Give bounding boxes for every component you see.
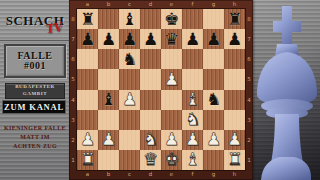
file-label-c: c — [119, 0, 140, 9]
board-squares: ♜♝♚♜♟♟♟♟♛♟♟♟♞♟♝♟♝♞♞♟♟♞♟♟♟♟♜♛♚♝♜ — [77, 9, 245, 170]
rank-label-2: 2 — [69, 130, 77, 150]
piece-wp-c4: ♟ — [122, 91, 137, 108]
square-g3 — [203, 110, 224, 130]
caption-text: KIENINGER FALLE MATT IM ACHTEN ZUG — [0, 124, 70, 151]
badge-line2: #001 — [24, 61, 46, 72]
piece-wn-f3: ♞ — [185, 111, 200, 128]
square-a6 — [77, 49, 98, 69]
file-label-b: b — [98, 170, 119, 179]
rank-label-1: 1 — [69, 150, 77, 170]
square-b4: ♝ — [98, 90, 119, 110]
rank-label-4: 4 — [69, 90, 77, 110]
opening-line1: BUDAPESTER — [15, 84, 55, 91]
square-h8: ♜ — [224, 9, 245, 29]
piece-bp-c7: ♟ — [122, 31, 137, 48]
square-a5 — [77, 69, 98, 89]
rank-label-6: 6 — [69, 49, 77, 69]
file-label-d: d — [140, 170, 161, 179]
square-e2: ♟ — [161, 130, 182, 150]
piece-wp-a2: ♟ — [80, 131, 95, 148]
piece-wp-b2: ♟ — [101, 131, 116, 148]
file-label-g: g — [203, 170, 224, 179]
logo-tv-text: TV — [45, 19, 64, 37]
square-d3 — [140, 110, 161, 130]
piece-bp-b7: ♟ — [101, 31, 116, 48]
square-f2: ♟ — [182, 130, 203, 150]
square-e8: ♚ — [161, 9, 182, 29]
piece-wp-h2: ♟ — [227, 131, 242, 148]
rank-label-8: 8 — [69, 9, 77, 29]
square-d8 — [140, 9, 161, 29]
square-h6 — [224, 49, 245, 69]
square-a8: ♜ — [77, 9, 98, 29]
channel-logo: SCHACH TV — [0, 11, 70, 29]
square-g6 — [203, 49, 224, 69]
rank-label-3: 3 — [69, 110, 77, 130]
square-g2: ♟ — [203, 130, 224, 150]
square-c6: ♞ — [119, 49, 140, 69]
square-a2: ♟ — [77, 130, 98, 150]
file-label-d: d — [140, 0, 161, 9]
square-f1: ♝ — [182, 150, 203, 170]
square-h1: ♜ — [224, 150, 245, 170]
caption-line3: ACHTEN ZUG — [0, 142, 70, 151]
piece-bq-e7: ♛ — [164, 31, 179, 48]
file-label-b: b — [98, 0, 119, 9]
square-f3: ♞ — [182, 110, 203, 130]
rank-label-4: 4 — [245, 90, 253, 110]
square-h7: ♟ — [224, 29, 245, 49]
square-h4 — [224, 90, 245, 110]
zum-kanal-button[interactable]: ZUM KANAL — [2, 100, 66, 114]
piece-wb-f4: ♝ — [185, 91, 200, 108]
rank-label-2: 2 — [245, 130, 253, 150]
file-label-h: h — [224, 170, 245, 179]
square-f5 — [182, 69, 203, 89]
king-3d-graphic — [254, 4, 320, 180]
opening-name-plate: BUDAPESTER GAMBIT — [5, 83, 65, 99]
square-b2: ♟ — [98, 130, 119, 150]
piece-wr-a1: ♜ — [80, 151, 95, 168]
square-f6 — [182, 49, 203, 69]
square-e1: ♚ — [161, 150, 182, 170]
opening-line2: GAMBIT — [23, 91, 47, 98]
piece-bb-c8: ♝ — [122, 11, 137, 28]
chess-board: abcdefgh abcdefgh 87654321 87654321 ♜♝♚♜… — [69, 0, 253, 180]
file-label-g: g — [203, 0, 224, 9]
left-panel: SCHACH TV FALLE #001 BUDAPESTER GAMBIT Z… — [0, 0, 70, 180]
square-c8: ♝ — [119, 9, 140, 29]
square-a1: ♜ — [77, 150, 98, 170]
piece-bp-a7: ♟ — [80, 31, 95, 48]
square-c1 — [119, 150, 140, 170]
caption-line2: MATT IM — [0, 133, 70, 142]
square-g1 — [203, 150, 224, 170]
square-h5 — [224, 69, 245, 89]
file-labels-bottom: abcdefgh — [77, 170, 245, 179]
piece-br-h8: ♜ — [227, 11, 242, 28]
file-label-a: a — [77, 0, 98, 9]
square-d4 — [140, 90, 161, 110]
file-label-a: a — [77, 170, 98, 179]
square-c2 — [119, 130, 140, 150]
square-g8 — [203, 9, 224, 29]
file-label-e: e — [161, 0, 182, 9]
square-b8 — [98, 9, 119, 29]
square-e3 — [161, 110, 182, 130]
panel-divider — [0, 40, 70, 42]
piece-wp-e5: ♟ — [164, 71, 179, 88]
rank-label-6: 6 — [245, 49, 253, 69]
square-b7: ♟ — [98, 29, 119, 49]
square-a7: ♟ — [77, 29, 98, 49]
video-thumbnail[interactable]: SCHACH TV FALLE #001 BUDAPESTER GAMBIT Z… — [0, 0, 320, 180]
piece-bn-g4: ♞ — [206, 91, 221, 108]
file-label-f: f — [182, 170, 203, 179]
piece-wb-f1: ♝ — [185, 151, 200, 168]
piece-bp-d7: ♟ — [143, 31, 158, 48]
file-labels-top: abcdefgh — [77, 0, 245, 9]
square-e5: ♟ — [161, 69, 182, 89]
square-c7: ♟ — [119, 29, 140, 49]
piece-wp-f2: ♟ — [185, 131, 200, 148]
square-d7: ♟ — [140, 29, 161, 49]
square-f4: ♝ — [182, 90, 203, 110]
rank-labels-left: 87654321 — [69, 9, 77, 170]
rank-label-8: 8 — [245, 9, 253, 29]
caption-line1: KIENINGER FALLE — [0, 124, 70, 133]
piece-bk-e8: ♚ — [164, 11, 179, 28]
square-b6 — [98, 49, 119, 69]
square-a3 — [77, 110, 98, 130]
square-d2: ♞ — [140, 130, 161, 150]
piece-wk-e1: ♚ — [164, 151, 179, 168]
square-h2: ♟ — [224, 130, 245, 150]
file-label-f: f — [182, 0, 203, 9]
rank-labels-right: 87654321 — [245, 9, 253, 170]
piece-bb-b4: ♝ — [101, 91, 116, 108]
square-b1 — [98, 150, 119, 170]
square-e7: ♛ — [161, 29, 182, 49]
square-g5 — [203, 69, 224, 89]
file-label-e: e — [161, 170, 182, 179]
square-d5 — [140, 69, 161, 89]
square-c3 — [119, 110, 140, 130]
piece-bp-g7: ♟ — [206, 31, 221, 48]
square-g4: ♞ — [203, 90, 224, 110]
file-label-h: h — [224, 0, 245, 9]
rank-label-5: 5 — [245, 69, 253, 89]
square-b5 — [98, 69, 119, 89]
square-f8 — [182, 9, 203, 29]
rank-label-1: 1 — [245, 150, 253, 170]
piece-bn-c6: ♞ — [122, 51, 137, 68]
square-h3 — [224, 110, 245, 130]
square-c4: ♟ — [119, 90, 140, 110]
piece-br-a8: ♜ — [80, 11, 95, 28]
trap-number-badge: FALLE #001 — [4, 44, 66, 78]
file-label-c: c — [119, 170, 140, 179]
square-d1: ♛ — [140, 150, 161, 170]
rank-label-3: 3 — [245, 110, 253, 130]
square-g7: ♟ — [203, 29, 224, 49]
rank-label-7: 7 — [69, 29, 77, 49]
square-d6 — [140, 49, 161, 69]
piece-bp-f7: ♟ — [185, 31, 200, 48]
piece-wp-g2: ♟ — [206, 131, 221, 148]
square-e6 — [161, 49, 182, 69]
piece-wn-d2: ♞ — [143, 131, 158, 148]
piece-wp-e2: ♟ — [164, 131, 179, 148]
piece-wq-d1: ♛ — [143, 151, 158, 168]
right-panel — [253, 0, 320, 180]
square-c5 — [119, 69, 140, 89]
square-a4 — [77, 90, 98, 110]
square-b3 — [98, 110, 119, 130]
piece-bp-h7: ♟ — [227, 31, 242, 48]
rank-label-7: 7 — [245, 29, 253, 49]
rank-label-5: 5 — [69, 69, 77, 89]
square-f7: ♟ — [182, 29, 203, 49]
piece-wr-h1: ♜ — [227, 151, 242, 168]
square-e4 — [161, 90, 182, 110]
